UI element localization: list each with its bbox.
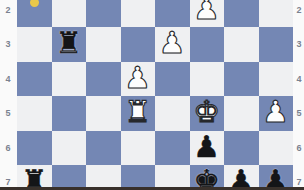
white-rook[interactable]: ♜ — [124, 97, 151, 127]
white-king[interactable]: ♚ — [193, 97, 220, 127]
square-c6[interactable]: ♟ — [190, 131, 225, 166]
square-h3[interactable] — [17, 27, 52, 62]
black-rook[interactable]: ♜ — [55, 28, 82, 58]
rank-label-left-5: 5 — [1, 108, 15, 118]
square-b3[interactable] — [224, 27, 259, 62]
square-b2[interactable] — [224, 0, 259, 27]
square-d2[interactable] — [155, 0, 190, 27]
square-d5[interactable] — [155, 96, 190, 131]
square-f3[interactable] — [86, 27, 121, 62]
square-h4[interactable] — [17, 62, 52, 97]
rank-label-right-6: 6 — [292, 143, 304, 153]
square-f6[interactable] — [86, 131, 121, 166]
rank-label-left-2: 2 — [1, 5, 15, 15]
square-b4[interactable] — [224, 62, 259, 97]
black-pawn[interactable]: ♟ — [193, 132, 220, 162]
square-a4[interactable] — [259, 62, 294, 97]
rank-label-right-7: 7 — [292, 177, 304, 187]
square-e2[interactable] — [121, 0, 156, 27]
square-h5[interactable] — [17, 96, 52, 131]
square-f4[interactable] — [86, 62, 121, 97]
square-a3[interactable] — [259, 27, 294, 62]
bottom-border-bar — [0, 187, 304, 190]
square-d6[interactable] — [155, 131, 190, 166]
chess-board: ♟♜♟♟♜♚♟♟♜♚♟♟ — [17, 0, 293, 190]
square-c2[interactable]: ♟ — [190, 0, 225, 27]
square-e5[interactable]: ♜ — [121, 96, 156, 131]
square-c5[interactable]: ♚ — [190, 96, 225, 131]
square-d3[interactable]: ♟ — [155, 27, 190, 62]
rank-label-right-3: 3 — [292, 39, 304, 49]
white-pawn[interactable]: ♟ — [193, 0, 220, 24]
white-pawn[interactable]: ♟ — [159, 28, 186, 58]
square-d4[interactable] — [155, 62, 190, 97]
square-a2[interactable] — [259, 0, 294, 27]
square-g5[interactable] — [52, 96, 87, 131]
square-g3[interactable]: ♜ — [52, 27, 87, 62]
rank-label-right-5: 5 — [292, 108, 304, 118]
rank-label-right-4: 4 — [292, 74, 304, 84]
square-c4[interactable] — [190, 62, 225, 97]
square-g6[interactable] — [52, 131, 87, 166]
square-f2[interactable] — [86, 0, 121, 27]
square-h6[interactable] — [17, 131, 52, 166]
rank-label-left-4: 4 — [1, 74, 15, 84]
square-g4[interactable] — [52, 62, 87, 97]
square-b6[interactable] — [224, 131, 259, 166]
square-g2[interactable] — [52, 0, 87, 27]
chess-board-viewport: ♟♜♟♟♜♚♟♟♜♚♟♟ 223344556677 — [0, 0, 304, 190]
white-pawn[interactable]: ♟ — [262, 97, 289, 127]
square-e3[interactable] — [121, 27, 156, 62]
rank-label-left-7: 7 — [1, 177, 15, 187]
square-e4[interactable]: ♟ — [121, 62, 156, 97]
square-c3[interactable] — [190, 27, 225, 62]
square-a5[interactable]: ♟ — [259, 96, 294, 131]
square-b5[interactable] — [224, 96, 259, 131]
square-a6[interactable] — [259, 131, 294, 166]
square-e6[interactable] — [121, 131, 156, 166]
white-pawn[interactable]: ♟ — [124, 63, 151, 93]
rank-label-right-2: 2 — [292, 5, 304, 15]
rank-label-left-6: 6 — [1, 143, 15, 153]
rank-label-left-3: 3 — [1, 39, 15, 49]
square-f5[interactable] — [86, 96, 121, 131]
